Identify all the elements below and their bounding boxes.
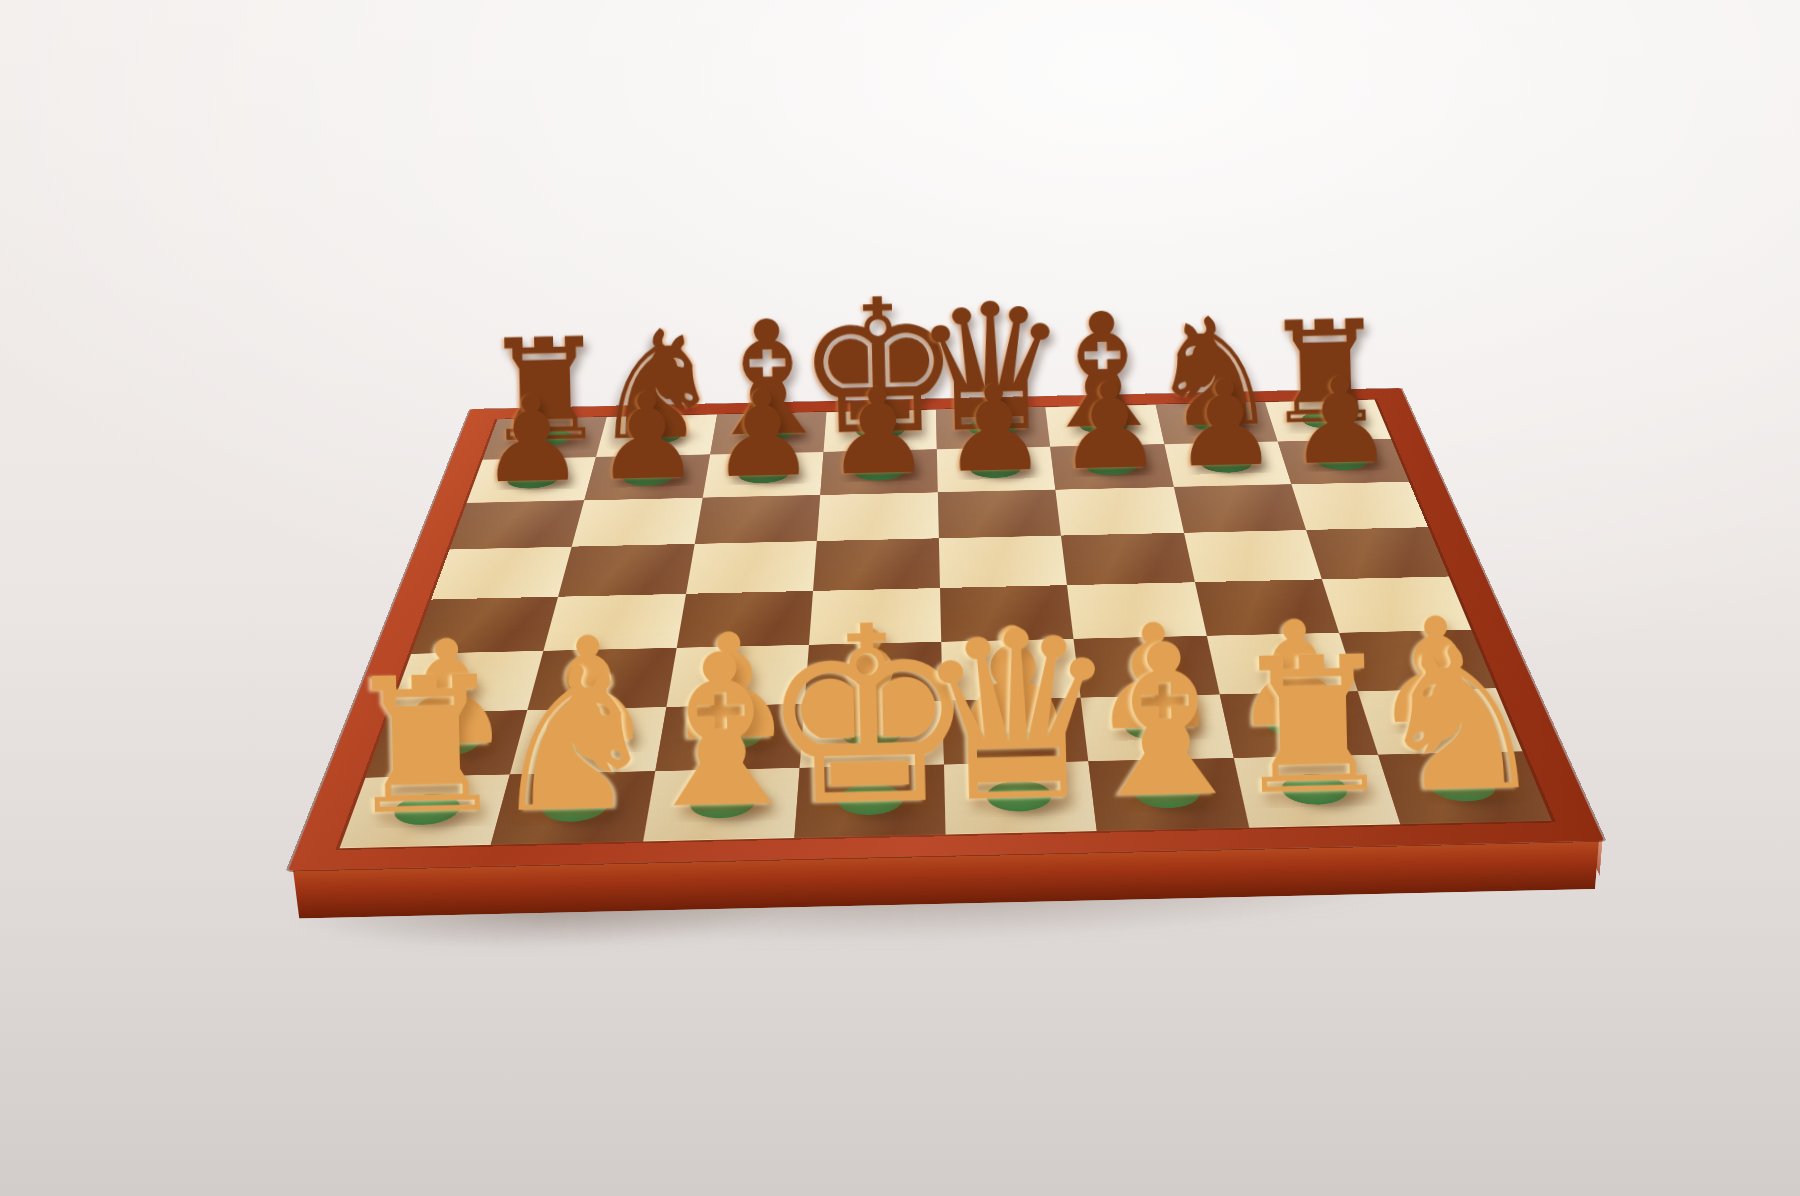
square-d6[interactable] [817, 492, 939, 541]
photo-backdrop: ♜♞♝♚♛♝♞♜♟♟♟♟♟♟♟♟♟♟♟♟♟♟♟♟♜♞♝♚♛♝♜♞ [0, 0, 1800, 1196]
square-f7[interactable]: ♟ [1050, 444, 1173, 489]
board-edge-front [293, 841, 1599, 919]
square-a6[interactable] [450, 500, 585, 549]
square-c7[interactable]: ♟ [702, 452, 823, 498]
square-h5[interactable] [1306, 527, 1449, 579]
square-b7[interactable]: ♟ [585, 455, 710, 501]
square-h6[interactable] [1291, 482, 1428, 530]
square-f1[interactable]: ♝ [1089, 758, 1249, 831]
square-a5[interactable] [431, 547, 572, 600]
square-f5[interactable] [1061, 533, 1194, 585]
square-a7[interactable]: ♟ [467, 457, 596, 503]
square-f6[interactable] [1056, 487, 1184, 536]
square-h7[interactable]: ♟ [1278, 439, 1409, 484]
square-g5[interactable] [1183, 530, 1321, 582]
square-a1[interactable]: ♜ [340, 774, 511, 848]
square-b5[interactable] [558, 544, 694, 597]
square-g7[interactable]: ♟ [1164, 442, 1291, 487]
square-c6[interactable] [694, 495, 820, 544]
board-scene: ♜♞♝♚♛♝♞♜♟♟♟♟♟♟♟♟♟♟♟♟♟♟♟♟♜♞♝♚♛♝♜♞ [395, 43, 1485, 1133]
square-e6[interactable] [938, 490, 1061, 539]
square-b6[interactable] [572, 498, 702, 547]
square-h1[interactable]: ♞ [1378, 751, 1552, 824]
board-frame: ♜♞♝♚♛♝♞♜♟♟♟♟♟♟♟♟♟♟♟♟♟♟♟♟♜♞♝♚♛♝♜♞ [288, 388, 1604, 870]
square-d7[interactable]: ♟ [820, 449, 938, 494]
square-g6[interactable] [1173, 484, 1305, 533]
square-e7[interactable]: ♟ [937, 447, 1056, 492]
board-tilt: ♜♞♝♚♛♝♞♜♟♟♟♟♟♟♟♟♟♟♟♟♟♟♟♟♜♞♝♚♛♝♜♞ [288, 388, 1604, 870]
chess-board: ♜♞♝♚♛♝♞♜♟♟♟♟♟♟♟♟♟♟♟♟♟♟♟♟♜♞♝♚♛♝♜♞ [340, 400, 1552, 849]
